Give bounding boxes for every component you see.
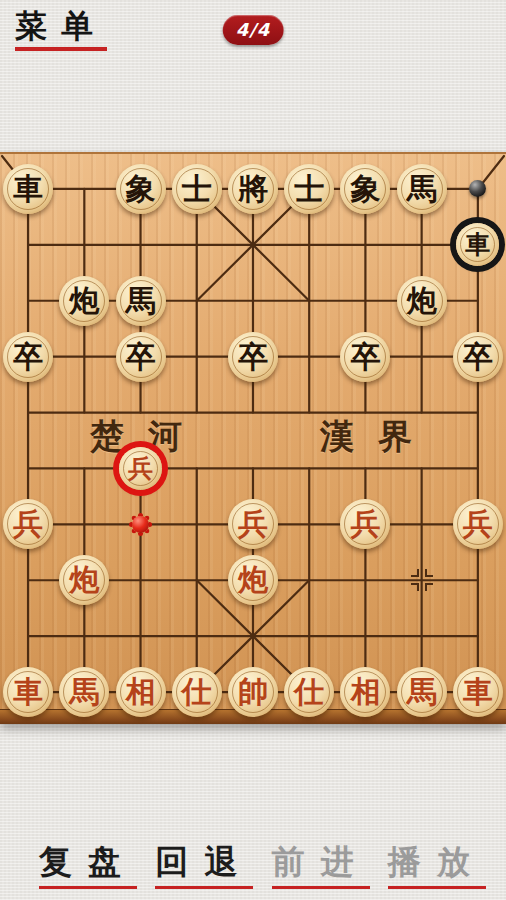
red-move-origin-dot xyxy=(132,516,149,533)
forward-button[interactable]: 前进 xyxy=(272,843,370,889)
black-move-origin-dot xyxy=(469,180,486,197)
piece-red-soldier[interactable]: 兵 xyxy=(228,499,278,549)
board-point-marker xyxy=(409,567,435,593)
piece-red-cannon[interactable]: 炮 xyxy=(59,555,109,605)
piece-black-general[interactable]: 將 xyxy=(228,164,278,214)
play-button[interactable]: 播放 xyxy=(388,843,486,889)
piece-red-chariot[interactable]: 車 xyxy=(3,667,53,717)
piece-red-elephant[interactable]: 相 xyxy=(116,667,166,717)
piece-black-soldier[interactable]: 卒 xyxy=(453,332,503,382)
piece-black-elephant[interactable]: 象 xyxy=(340,164,390,214)
piece-black-elephant[interactable]: 象 xyxy=(116,164,166,214)
app-background: { "game": "xiangqi", "header": { "menu_l… xyxy=(0,0,506,900)
piece-black-advisor[interactable]: 士 xyxy=(284,164,334,214)
piece-black-advisor[interactable]: 士 xyxy=(172,164,222,214)
piece-black-cannon[interactable]: 炮 xyxy=(397,276,447,326)
menu-button[interactable]: 菜单 xyxy=(15,8,107,51)
playback-controls: 复盘 回退 前进 播放 xyxy=(0,843,506,889)
undo-button[interactable]: 回退 xyxy=(155,843,253,889)
piece-black-soldier[interactable]: 卒 xyxy=(228,332,278,382)
review-button[interactable]: 复盘 xyxy=(39,843,137,889)
piece-red-horse[interactable]: 馬 xyxy=(59,667,109,717)
piece-black-chariot[interactable]: 車 xyxy=(456,223,499,266)
piece-black-soldier[interactable]: 卒 xyxy=(3,332,53,382)
piece-black-soldier[interactable]: 卒 xyxy=(340,332,390,382)
piece-red-soldier[interactable]: 兵 xyxy=(119,447,162,490)
piece-red-soldier[interactable]: 兵 xyxy=(3,499,53,549)
piece-red-soldier[interactable]: 兵 xyxy=(340,499,390,549)
piece-black-horse[interactable]: 馬 xyxy=(116,276,166,326)
move-counter-badge: 4/4 xyxy=(223,15,284,45)
piece-red-horse[interactable]: 馬 xyxy=(397,667,447,717)
piece-black-soldier[interactable]: 卒 xyxy=(116,332,166,382)
xiangqi-board: 楚河 漢界 車象士將士象馬車炮馬炮卒卒卒卒卒兵兵兵兵兵炮炮車馬相仕帥仕相馬車 xyxy=(0,152,506,724)
piece-red-general[interactable]: 帥 xyxy=(228,667,278,717)
piece-red-soldier[interactable]: 兵 xyxy=(453,499,503,549)
piece-red-cannon[interactable]: 炮 xyxy=(228,555,278,605)
piece-black-cannon[interactable]: 炮 xyxy=(59,276,109,326)
piece-layer[interactable]: 車象士將士象馬車炮馬炮卒卒卒卒卒兵兵兵兵兵炮炮車馬相仕帥仕相馬車 xyxy=(0,161,506,720)
piece-red-advisor[interactable]: 仕 xyxy=(284,667,334,717)
piece-red-advisor[interactable]: 仕 xyxy=(172,667,222,717)
piece-black-horse[interactable]: 馬 xyxy=(397,164,447,214)
piece-red-chariot[interactable]: 車 xyxy=(453,667,503,717)
piece-black-chariot[interactable]: 車 xyxy=(3,164,53,214)
